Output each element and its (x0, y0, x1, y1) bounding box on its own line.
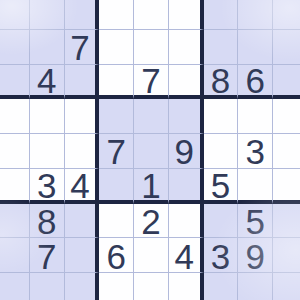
cell-r6c5[interactable]: 1 (134, 169, 169, 204)
cell-r8c2[interactable]: 7 (30, 238, 65, 273)
cell-r7c7[interactable] (204, 204, 239, 239)
cell-r3c3[interactable] (65, 65, 100, 100)
cell-r6c8[interactable] (238, 169, 273, 204)
given-digit: 3 (245, 134, 264, 169)
cell-r5c1[interactable] (0, 134, 30, 169)
cell-r7c1[interactable] (0, 204, 30, 239)
cell-r1c5[interactable] (134, 0, 169, 30)
cell-r9c9[interactable] (273, 273, 300, 300)
cell-r9c2[interactable] (30, 273, 65, 300)
cell-r8c4[interactable]: 6 (99, 238, 134, 273)
given-digit: 5 (245, 204, 264, 239)
cell-r5c4[interactable]: 7 (99, 134, 134, 169)
cell-r3c9[interactable] (273, 65, 300, 100)
cell-r8c6[interactable]: 4 (169, 238, 204, 273)
cell-r6c6[interactable] (169, 169, 204, 204)
cell-r3c5[interactable]: 7 (134, 65, 169, 100)
sudoku-app-view: 74786793341582576439 (0, 0, 300, 300)
cell-r4c5[interactable] (134, 99, 169, 134)
cell-r5c2[interactable] (30, 134, 65, 169)
cell-r8c5[interactable] (134, 238, 169, 273)
cell-r7c6[interactable] (169, 204, 204, 239)
given-digit: 7 (37, 239, 56, 274)
cell-r8c7[interactable]: 3 (204, 238, 239, 273)
cell-r4c6[interactable] (169, 99, 204, 134)
cell-r1c9[interactable] (273, 0, 300, 30)
cell-r6c2[interactable]: 3 (30, 169, 65, 204)
cell-r4c7[interactable] (204, 99, 239, 134)
given-digit: 5 (211, 168, 230, 203)
cell-r6c3[interactable]: 4 (65, 169, 100, 204)
cell-r4c8[interactable] (238, 99, 273, 134)
cell-r2c2[interactable] (30, 30, 65, 65)
cell-r4c2[interactable] (30, 99, 65, 134)
cell-r1c4[interactable] (99, 0, 134, 30)
cell-r6c9[interactable] (273, 169, 300, 204)
cell-r2c4[interactable] (99, 30, 134, 65)
cell-r2c8[interactable] (238, 30, 273, 65)
cell-r2c7[interactable] (204, 30, 239, 65)
cell-r5c3[interactable] (65, 134, 100, 169)
cell-r2c1[interactable] (0, 30, 30, 65)
cell-r6c7[interactable]: 5 (204, 169, 239, 204)
cell-r1c2[interactable] (30, 0, 65, 30)
given-digit: 3 (37, 168, 56, 203)
cell-r5c7[interactable] (204, 134, 239, 169)
cell-r3c2[interactable]: 4 (30, 65, 65, 100)
cell-r9c4[interactable] (99, 273, 134, 300)
cell-r2c3[interactable]: 7 (65, 30, 100, 65)
cell-r2c5[interactable] (134, 30, 169, 65)
cell-r4c3[interactable] (65, 99, 100, 134)
cell-r8c3[interactable] (65, 238, 100, 273)
cell-r4c4[interactable] (99, 99, 134, 134)
given-digit: 6 (106, 239, 125, 274)
cell-r8c9[interactable] (273, 238, 300, 273)
cell-r2c9[interactable] (273, 30, 300, 65)
sudoku-board: 74786793341582576439 (0, 0, 300, 300)
cell-r8c8[interactable]: 9 (238, 238, 273, 273)
cell-r9c8[interactable] (238, 273, 273, 300)
cell-r5c5[interactable] (134, 134, 169, 169)
cell-r1c3[interactable] (65, 0, 100, 30)
cell-r7c5[interactable]: 2 (134, 204, 169, 239)
cell-r4c1[interactable] (0, 99, 30, 134)
given-digit: 8 (211, 63, 230, 98)
given-digit: 3 (211, 239, 230, 274)
cell-r9c3[interactable] (65, 273, 100, 300)
cell-r1c6[interactable] (169, 0, 204, 30)
given-digit: 4 (37, 63, 56, 98)
cell-r6c4[interactable] (99, 169, 134, 204)
cell-r9c1[interactable] (0, 273, 30, 300)
cell-r9c6[interactable] (169, 273, 204, 300)
cell-r1c1[interactable] (0, 0, 30, 30)
cell-r1c8[interactable] (238, 0, 273, 30)
given-digit: 7 (70, 30, 89, 65)
given-digit: 7 (106, 134, 125, 169)
cell-r7c3[interactable] (65, 204, 100, 239)
given-digit: 9 (245, 239, 264, 274)
cell-r3c6[interactable] (169, 65, 204, 100)
cell-r7c8[interactable]: 5 (238, 204, 273, 239)
cell-r9c7[interactable] (204, 273, 239, 300)
cell-r5c8[interactable]: 3 (238, 134, 273, 169)
given-digit: 4 (70, 168, 89, 203)
given-digit: 6 (245, 63, 264, 98)
cell-r8c1[interactable] (0, 238, 30, 273)
cell-r7c9[interactable] (273, 204, 300, 239)
cell-r5c9[interactable] (273, 134, 300, 169)
cell-r3c7[interactable]: 8 (204, 65, 239, 100)
cell-r4c9[interactable] (273, 99, 300, 134)
cell-r3c1[interactable] (0, 65, 30, 100)
cell-r3c4[interactable] (99, 65, 134, 100)
cell-r6c1[interactable] (0, 169, 30, 204)
cell-r7c4[interactable] (99, 204, 134, 239)
cell-r3c8[interactable]: 6 (238, 65, 273, 100)
cell-r5c6[interactable]: 9 (169, 134, 204, 169)
given-digit: 9 (174, 134, 193, 169)
given-digit: 1 (141, 168, 160, 203)
cell-r1c7[interactable] (204, 0, 239, 30)
cell-r7c2[interactable]: 8 (30, 204, 65, 239)
given-digit: 8 (37, 204, 56, 239)
cell-r9c5[interactable] (134, 273, 169, 300)
cell-r2c6[interactable] (169, 30, 204, 65)
given-digit: 4 (174, 239, 193, 274)
given-digit: 7 (141, 63, 160, 98)
given-digit: 2 (141, 204, 160, 239)
